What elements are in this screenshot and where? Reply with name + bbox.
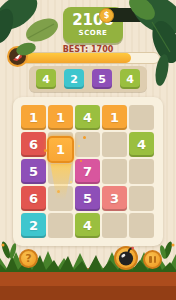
dart-booster-icon[interactable] [7,46,28,67]
grid-cell[interactable] [129,159,154,184]
level-progress-bar [19,52,160,64]
game-screen: 2100 SCORE BEST: 1700 $ 200 4254 1141645… [0,0,176,300]
grid-cell[interactable]: 4 [75,213,100,238]
soil-strip [0,268,176,300]
grid-cell[interactable] [129,213,154,238]
tile-4: 4 [129,132,154,157]
coin-counter[interactable]: $ 200 [102,8,170,22]
spark-particle [80,160,82,162]
grid-cell[interactable]: 4 [129,132,154,157]
spark-particle [57,190,60,193]
grid-cell[interactable] [102,159,127,184]
tile-1: 1 [102,105,127,130]
spark-particle [70,181,72,183]
grid-cell[interactable]: 6 [21,132,46,157]
tile-3: 3 [102,186,127,211]
tile-1: 1 [48,105,73,130]
queue-tile-5: 5 [92,69,112,89]
grid-cell[interactable] [129,186,154,211]
tile-7: 7 [75,159,100,184]
queue-tile-2: 2 [64,69,84,89]
grid-cell[interactable]: 3 [102,186,127,211]
grid-cell[interactable]: 7 [75,159,100,184]
queue-tile-4: 4 [36,69,56,89]
grid-cell[interactable] [129,105,154,130]
coin-amount: 200 [144,10,163,20]
spark-particle [78,145,80,147]
pause-button[interactable] [143,250,162,269]
tile-5: 5 [75,186,100,211]
bomb-icon [116,243,136,269]
grid-cell[interactable]: 5 [21,159,46,184]
grid-cell[interactable] [102,132,127,157]
tile-5: 5 [21,159,46,184]
tile-6: 6 [21,132,46,157]
tile-2: 2 [21,213,46,238]
grid-cell[interactable]: 4 [75,105,100,130]
tile-4: 4 [75,105,100,130]
tile-6: 6 [21,186,46,211]
pause-icon [149,256,152,263]
score-label: SCORE [79,29,108,37]
help-button[interactable]: ? [19,249,38,268]
question-icon: ? [25,252,31,265]
tile-1: 1 [21,105,46,130]
falling-tile[interactable]: 1 [47,136,74,163]
grid-cell[interactable] [48,213,73,238]
board-grid: 1141645765324 [21,105,155,238]
queue-tile-4: 4 [120,69,140,89]
grid-cell[interactable]: 5 [75,186,100,211]
spark-particle [83,136,86,139]
bomb-button[interactable] [114,246,138,270]
board-panel: 1141645765324 [13,97,163,246]
coin-icon: $ [99,8,114,23]
grid-cell[interactable]: 1 [48,105,73,130]
next-tiles-tray: 4254 [29,66,147,92]
grid-cell[interactable]: 2 [21,213,46,238]
grid-cell[interactable]: 6 [21,186,46,211]
grid-cell[interactable]: 1 [102,105,127,130]
grid-cell[interactable] [102,213,127,238]
grid-cell[interactable]: 1 [21,105,46,130]
level-progress-fill [20,53,131,63]
spark-particle [44,149,47,152]
tile-4: 4 [75,213,100,238]
